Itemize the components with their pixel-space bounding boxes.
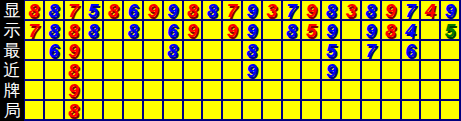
board-cell: 9: [382, 1, 400, 19]
board-cell: 5: [322, 41, 340, 59]
board-cell-empty: [342, 101, 360, 119]
board-cell: 9: [441, 1, 459, 19]
board-cell: 8: [45, 21, 63, 39]
board-cell: 9: [243, 21, 261, 39]
board-cell: 8: [65, 101, 83, 119]
board-cell: 7: [25, 21, 43, 39]
board-cell-empty: [421, 41, 439, 59]
board-cell-empty: [421, 21, 439, 39]
board-cell-empty: [402, 81, 420, 99]
board-cell-empty: [144, 61, 162, 79]
board-cell: 8: [25, 1, 43, 19]
board-cell: 6: [402, 41, 420, 59]
board-cell-empty: [25, 81, 43, 99]
board-cell-empty: [283, 81, 301, 99]
board-cell-empty: [302, 81, 320, 99]
board-cell-empty: [164, 101, 182, 119]
board-cell-empty: [283, 41, 301, 59]
title-char: 显: [0, 0, 24, 20]
board-cell-empty: [322, 101, 340, 119]
board-cell-empty: [421, 61, 439, 79]
board-cell-empty: [124, 61, 142, 79]
board-cell-empty: [382, 41, 400, 59]
board-cell-empty: [84, 41, 102, 59]
board-cell: 8: [164, 41, 182, 59]
board-cell: 8: [65, 21, 83, 39]
title-char: 示: [0, 20, 24, 40]
board-cell-empty: [223, 41, 241, 59]
title-char: 最: [0, 40, 24, 60]
board-cell-empty: [421, 81, 439, 99]
board-cell-empty: [45, 61, 63, 79]
board-cell: 8: [45, 1, 63, 19]
board-cell-empty: [25, 61, 43, 79]
board-cell: 9: [243, 1, 261, 19]
board-cell-empty: [243, 81, 261, 99]
board-cell: 7: [402, 1, 420, 19]
title-char: 近: [0, 61, 24, 81]
board-cell: 5: [441, 21, 459, 39]
board-cell: 8: [362, 1, 380, 19]
board-cell: 9: [144, 1, 162, 19]
board-cell-empty: [402, 101, 420, 119]
board-cell: 9: [362, 21, 380, 39]
board-cell-empty: [302, 61, 320, 79]
board-cell: 8: [283, 21, 301, 39]
board-cell: 8: [184, 1, 202, 19]
board-cell: 7: [223, 1, 241, 19]
board-cell-empty: [441, 61, 459, 79]
recent-games-board: 显示最近牌局 887586998879379838974978888699985…: [0, 0, 461, 121]
board-cell: 8: [65, 61, 83, 79]
board-cell: 3: [263, 1, 281, 19]
board-cell-empty: [342, 41, 360, 59]
board-cell-empty: [124, 101, 142, 119]
board-cell: 4: [421, 1, 439, 19]
board-cell-empty: [342, 81, 360, 99]
board-cell-empty: [402, 61, 420, 79]
board-cell-empty: [441, 101, 459, 119]
board-cell-empty: [223, 101, 241, 119]
board-cell-empty: [203, 41, 221, 59]
board-cell-empty: [263, 21, 281, 39]
board-cell-empty: [84, 61, 102, 79]
board-cell: 7: [65, 1, 83, 19]
board-cell: 8: [124, 21, 142, 39]
board-cell-empty: [25, 41, 43, 59]
board-cell-empty: [184, 81, 202, 99]
board-cell-empty: [144, 101, 162, 119]
board-cell-empty: [223, 61, 241, 79]
board-cell-empty: [184, 41, 202, 59]
board-cell-empty: [164, 81, 182, 99]
board-cell: 5: [84, 1, 102, 19]
board-cell-empty: [243, 101, 261, 119]
board-cell-empty: [263, 41, 281, 59]
board-cell-empty: [124, 41, 142, 59]
board-cell: 9: [65, 41, 83, 59]
board-cell-empty: [45, 101, 63, 119]
board-cell-empty: [144, 81, 162, 99]
board-cell-empty: [223, 81, 241, 99]
board-cell: 7: [362, 41, 380, 59]
board-cell-empty: [144, 21, 162, 39]
board-cell: 8: [203, 1, 221, 19]
board-cell-empty: [382, 81, 400, 99]
board-cell: 6: [164, 21, 182, 39]
board-cell-empty: [104, 41, 122, 59]
board-cell: 7: [283, 1, 301, 19]
board-cell-empty: [283, 61, 301, 79]
board-cell-empty: [342, 21, 360, 39]
board-cell-empty: [263, 101, 281, 119]
board-cell-empty: [104, 81, 122, 99]
board-cell: 8: [382, 21, 400, 39]
board-cell: 8: [84, 21, 102, 39]
board-cell-empty: [25, 101, 43, 119]
board-cell-empty: [84, 81, 102, 99]
board-cell-empty: [382, 61, 400, 79]
board-cell-empty: [362, 81, 380, 99]
board-cell-empty: [283, 101, 301, 119]
board-title-vertical: 显示最近牌局: [0, 0, 24, 121]
board-cell-empty: [164, 61, 182, 79]
board-cell-empty: [322, 81, 340, 99]
board-cell-empty: [342, 61, 360, 79]
board-cell: 9: [243, 61, 261, 79]
board-cell-empty: [124, 81, 142, 99]
board-cell-empty: [104, 21, 122, 39]
board-cell-empty: [203, 81, 221, 99]
board-cell-empty: [203, 101, 221, 119]
title-char: 牌: [0, 81, 24, 101]
board-cell-empty: [382, 101, 400, 119]
board-cell: 5: [302, 21, 320, 39]
board-cell-empty: [184, 101, 202, 119]
board-cell-empty: [362, 101, 380, 119]
board-cell: 9: [223, 21, 241, 39]
board-cell-empty: [441, 41, 459, 59]
board-cell: 6: [45, 41, 63, 59]
board-cell-empty: [203, 61, 221, 79]
board-cell: 9: [164, 1, 182, 19]
board-cell-empty: [302, 101, 320, 119]
board-cell: 3: [342, 1, 360, 19]
board-cell-empty: [263, 81, 281, 99]
board-cell: 8: [322, 1, 340, 19]
board-cell-empty: [421, 101, 439, 119]
board-cell-empty: [203, 21, 221, 39]
board-cell: 9: [322, 21, 340, 39]
board-cell: 9: [65, 81, 83, 99]
board-cell: 9: [302, 1, 320, 19]
results-grid: 8875869988793798389749788886999859984569…: [24, 0, 461, 121]
board-cell-empty: [263, 61, 281, 79]
board-cell: 4: [402, 21, 420, 39]
board-cell-empty: [45, 81, 63, 99]
board-cell-empty: [104, 61, 122, 79]
board-cell-empty: [84, 101, 102, 119]
board-cell-empty: [302, 41, 320, 59]
board-cell: 9: [184, 21, 202, 39]
title-char: 局: [0, 101, 24, 121]
board-cell: 9: [322, 61, 340, 79]
board-cell: 8: [243, 41, 261, 59]
board-cell: 6: [124, 1, 142, 19]
board-cell-empty: [184, 61, 202, 79]
board-cell: 8: [104, 1, 122, 19]
board-cell-empty: [362, 61, 380, 79]
board-cell-empty: [441, 81, 459, 99]
board-cell-empty: [144, 41, 162, 59]
board-cell-empty: [104, 101, 122, 119]
